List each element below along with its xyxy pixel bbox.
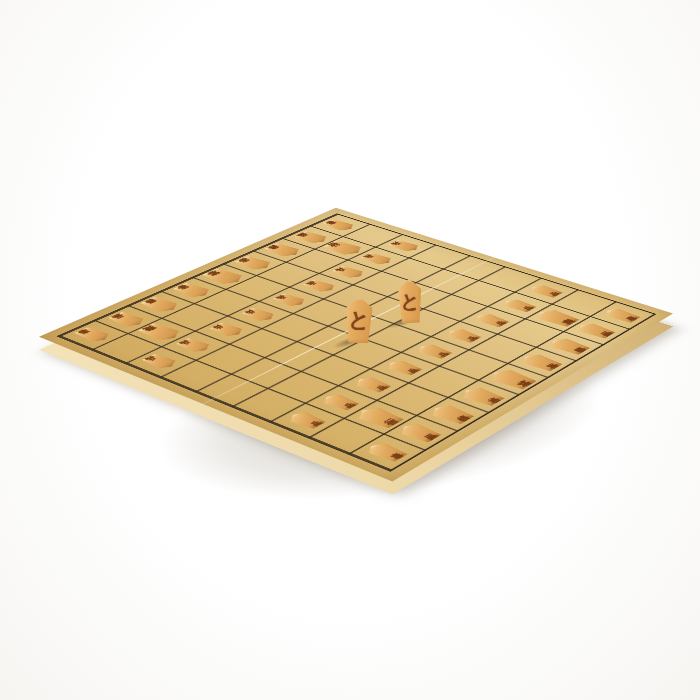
piece-kanji: 歩兵 <box>543 290 549 293</box>
piece-kanji: 歩兵 <box>402 245 408 248</box>
piece-kanji: 銀将 <box>280 249 287 252</box>
piece-kanji: 歩兵 <box>156 360 163 363</box>
piece-kanji: 桂馬 <box>123 318 131 322</box>
piece-kanji: 歩兵 <box>224 328 231 331</box>
piece-pawn-near[interactable]: 歩兵 <box>525 283 566 299</box>
piece-kanji: 歩兵 <box>256 313 263 316</box>
piece-pawn-far[interactable]: 歩兵 <box>329 264 369 280</box>
piece-pawn-near[interactable]: 歩兵 <box>442 326 485 344</box>
piece-kanji: 桂馬 <box>308 236 315 239</box>
shogi-set-photo: 香車桂馬銀将金将王将金将銀将桂馬香車飛車角行歩兵歩兵歩兵歩兵歩兵歩兵歩兵歩兵歩兵… <box>0 0 700 700</box>
piece-kanji: 歩兵 <box>191 344 198 347</box>
piece-pawn-near[interactable]: 歩兵 <box>317 392 363 413</box>
piece-kanji: 玉将 <box>508 377 516 382</box>
piece-pawn-near[interactable]: 歩兵 <box>381 358 425 377</box>
piece-kanji: 歩兵 <box>488 319 494 322</box>
piece-kanji: 歩兵 <box>431 349 437 352</box>
piece-kanji: 銀将 <box>157 303 165 306</box>
piece-kanji: 金将 <box>479 394 486 398</box>
tokin-kanji: と <box>348 309 370 331</box>
piece-kanji: 飛車 <box>553 316 560 320</box>
piece-kanji: 王将 <box>219 275 228 279</box>
piece-kanji: 歩兵 <box>369 383 376 387</box>
piece-kanji: 角行 <box>340 247 347 250</box>
piece-pawn-near[interactable]: 歩兵 <box>350 374 395 394</box>
piece-kanji: 歩兵 <box>287 299 293 302</box>
piece-pawn-near[interactable]: 歩兵 <box>498 297 540 314</box>
piece-kanji: 歩兵 <box>346 271 352 274</box>
piece-kanji: 歩兵 <box>374 258 380 261</box>
piece-kanji: 桂馬 <box>416 430 424 434</box>
piece-kanji: 角行 <box>375 415 383 420</box>
piece-kanji: 銀将 <box>565 344 571 348</box>
piece-pawn-near[interactable]: 歩兵 <box>283 409 330 431</box>
piece-pawn-far[interactable]: 歩兵 <box>357 251 396 266</box>
piece-kanji: 桂馬 <box>592 329 598 333</box>
piece-kanji: 歩兵 <box>336 400 343 404</box>
piece-pawn-near[interactable]: 歩兵 <box>470 311 512 329</box>
piece-pawn-far[interactable]: 歩兵 <box>385 239 424 254</box>
piece-kanji: 香車 <box>336 224 342 227</box>
piece-kanji: 歩兵 <box>317 285 323 288</box>
piece-kanji: 香車 <box>383 450 390 454</box>
piece-kanji: 香車 <box>89 333 96 336</box>
piece-kanji: 金将 <box>537 360 544 364</box>
piece-kanji: 歩兵 <box>303 418 310 422</box>
piece-lance-near[interactable]: 香車 <box>599 306 643 324</box>
piece-pawn-near[interactable]: 歩兵 <box>412 342 456 361</box>
piece-lance-near[interactable]: 香車 <box>361 440 412 464</box>
piece-kanji: 歩兵 <box>400 366 407 370</box>
piece-kanji: 香車 <box>619 314 624 317</box>
piece-kanji: 歩兵 <box>460 334 466 337</box>
piece-kanji: 銀将 <box>448 412 455 416</box>
shogi-board: 香車桂馬銀将金将王将金将銀将桂馬香車飛車角行歩兵歩兵歩兵歩兵歩兵歩兵歩兵歩兵歩兵… <box>39 208 673 482</box>
piece-kanji: 飛車 <box>156 330 165 334</box>
tokin-kanji: と <box>400 291 420 311</box>
piece-kanji: 金将 <box>250 262 257 265</box>
piece-kanji: 金将 <box>189 289 196 292</box>
piece-kanji: 歩兵 <box>516 304 522 307</box>
